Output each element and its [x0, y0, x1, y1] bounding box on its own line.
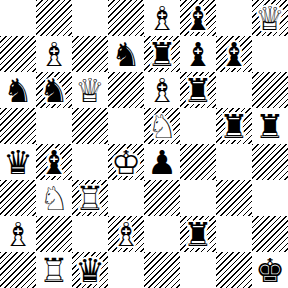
black-rook-icon: ♜: [216, 108, 252, 144]
white-rook-fill: ♜: [72, 180, 108, 216]
square-f7[interactable]: ♝: [180, 36, 216, 72]
black-rook-icon: ♜: [180, 216, 216, 252]
square-c1[interactable]: ♛: [72, 252, 108, 288]
black-pawn-icon: ♟: [144, 144, 180, 180]
white-knight-fill: ♞: [144, 108, 180, 144]
square-f6[interactable]: ♜: [180, 72, 216, 108]
white-rook-icon: ♖: [36, 252, 72, 288]
square-d7[interactable]: ♞: [108, 36, 144, 72]
black-queen-icon: ♛: [72, 252, 108, 288]
square-a6[interactable]: ♞: [0, 72, 36, 108]
square-g8[interactable]: [216, 0, 252, 36]
square-h5[interactable]: ♜: [252, 108, 288, 144]
square-h2[interactable]: [252, 216, 288, 252]
square-d4[interactable]: ♚♔: [108, 144, 144, 180]
square-h7[interactable]: [252, 36, 288, 72]
square-e1[interactable]: [144, 252, 180, 288]
white-king-fill: ♚: [108, 144, 144, 180]
white-queen-fill: ♛: [72, 72, 108, 108]
square-c2[interactable]: [72, 216, 108, 252]
black-knight-icon: ♞: [0, 72, 36, 108]
square-a7[interactable]: [0, 36, 36, 72]
square-f2[interactable]: ♜: [180, 216, 216, 252]
chess-board: ♝♗♝♛♕♝♗♞♜♝♝♞♞♛♕♝♗♜♞♘♜♜♛♝♚♔♟♞♘♜♖♝♗♝♗♜♜♖♛♚: [0, 0, 288, 288]
square-a2[interactable]: ♝♗: [0, 216, 36, 252]
black-rook-icon: ♜: [180, 72, 216, 108]
white-king-icon: ♔: [108, 144, 144, 180]
square-g7[interactable]: ♝: [216, 36, 252, 72]
black-bishop-icon: ♝: [180, 36, 216, 72]
square-b6[interactable]: ♞: [36, 72, 72, 108]
black-rook-icon: ♜: [252, 108, 288, 144]
square-b2[interactable]: [36, 216, 72, 252]
white-knight-fill: ♞: [36, 180, 72, 216]
square-c5[interactable]: [72, 108, 108, 144]
white-knight-icon: ♘: [36, 180, 72, 216]
white-queen-icon: ♕: [72, 72, 108, 108]
square-c3[interactable]: ♜♖: [72, 180, 108, 216]
black-bishop-icon: ♝: [180, 0, 216, 36]
white-bishop-icon: ♗: [144, 72, 180, 108]
square-b5[interactable]: [36, 108, 72, 144]
square-d6[interactable]: [108, 72, 144, 108]
square-g1[interactable]: [216, 252, 252, 288]
square-d2[interactable]: ♝♗: [108, 216, 144, 252]
white-bishop-fill: ♝: [108, 216, 144, 252]
square-b7[interactable]: ♝♗: [36, 36, 72, 72]
white-bishop-icon: ♗: [36, 36, 72, 72]
black-queen-icon: ♛: [0, 144, 36, 180]
square-d3[interactable]: [108, 180, 144, 216]
square-a1[interactable]: [0, 252, 36, 288]
square-h4[interactable]: [252, 144, 288, 180]
white-queen-fill: ♛: [252, 0, 288, 36]
black-king-icon: ♚: [252, 252, 288, 288]
square-d1[interactable]: [108, 252, 144, 288]
black-bishop-icon: ♝: [36, 144, 72, 180]
square-a4[interactable]: ♛: [0, 144, 36, 180]
square-e2[interactable]: [144, 216, 180, 252]
white-knight-icon: ♘: [144, 108, 180, 144]
square-g6[interactable]: [216, 72, 252, 108]
square-e4[interactable]: ♟: [144, 144, 180, 180]
black-knight-icon: ♞: [108, 36, 144, 72]
square-e8[interactable]: ♝♗: [144, 0, 180, 36]
black-bishop-icon: ♝: [216, 36, 252, 72]
white-bishop-icon: ♗: [144, 0, 180, 36]
square-b4[interactable]: ♝: [36, 144, 72, 180]
white-bishop-fill: ♝: [36, 36, 72, 72]
square-a8[interactable]: [0, 0, 36, 36]
square-h8[interactable]: ♛♕: [252, 0, 288, 36]
white-bishop-fill: ♝: [144, 72, 180, 108]
square-f1[interactable]: [180, 252, 216, 288]
square-f4[interactable]: [180, 144, 216, 180]
square-d8[interactable]: [108, 0, 144, 36]
square-c4[interactable]: [72, 144, 108, 180]
white-queen-icon: ♕: [252, 0, 288, 36]
square-g4[interactable]: [216, 144, 252, 180]
square-e3[interactable]: [144, 180, 180, 216]
square-e7[interactable]: ♜: [144, 36, 180, 72]
square-f3[interactable]: [180, 180, 216, 216]
square-g5[interactable]: ♜: [216, 108, 252, 144]
square-h6[interactable]: [252, 72, 288, 108]
black-knight-icon: ♞: [36, 72, 72, 108]
white-bishop-icon: ♗: [108, 216, 144, 252]
square-f5[interactable]: [180, 108, 216, 144]
square-c6[interactable]: ♛♕: [72, 72, 108, 108]
square-b1[interactable]: ♜♖: [36, 252, 72, 288]
square-c8[interactable]: [72, 0, 108, 36]
square-g3[interactable]: [216, 180, 252, 216]
square-a3[interactable]: [0, 180, 36, 216]
square-c7[interactable]: [72, 36, 108, 72]
white-bishop-fill: ♝: [144, 0, 180, 36]
square-e6[interactable]: ♝♗: [144, 72, 180, 108]
square-h3[interactable]: [252, 180, 288, 216]
white-bishop-fill: ♝: [0, 216, 36, 252]
white-rook-fill: ♜: [36, 252, 72, 288]
square-g2[interactable]: [216, 216, 252, 252]
square-d5[interactable]: [108, 108, 144, 144]
black-rook-icon: ♜: [144, 36, 180, 72]
square-f8[interactable]: ♝: [180, 0, 216, 36]
square-b8[interactable]: [36, 0, 72, 36]
white-bishop-icon: ♗: [0, 216, 36, 252]
white-rook-icon: ♖: [72, 180, 108, 216]
square-e5[interactable]: ♞♘: [144, 108, 180, 144]
square-b3[interactable]: ♞♘: [36, 180, 72, 216]
square-h1[interactable]: ♚: [252, 252, 288, 288]
square-a5[interactable]: [0, 108, 36, 144]
